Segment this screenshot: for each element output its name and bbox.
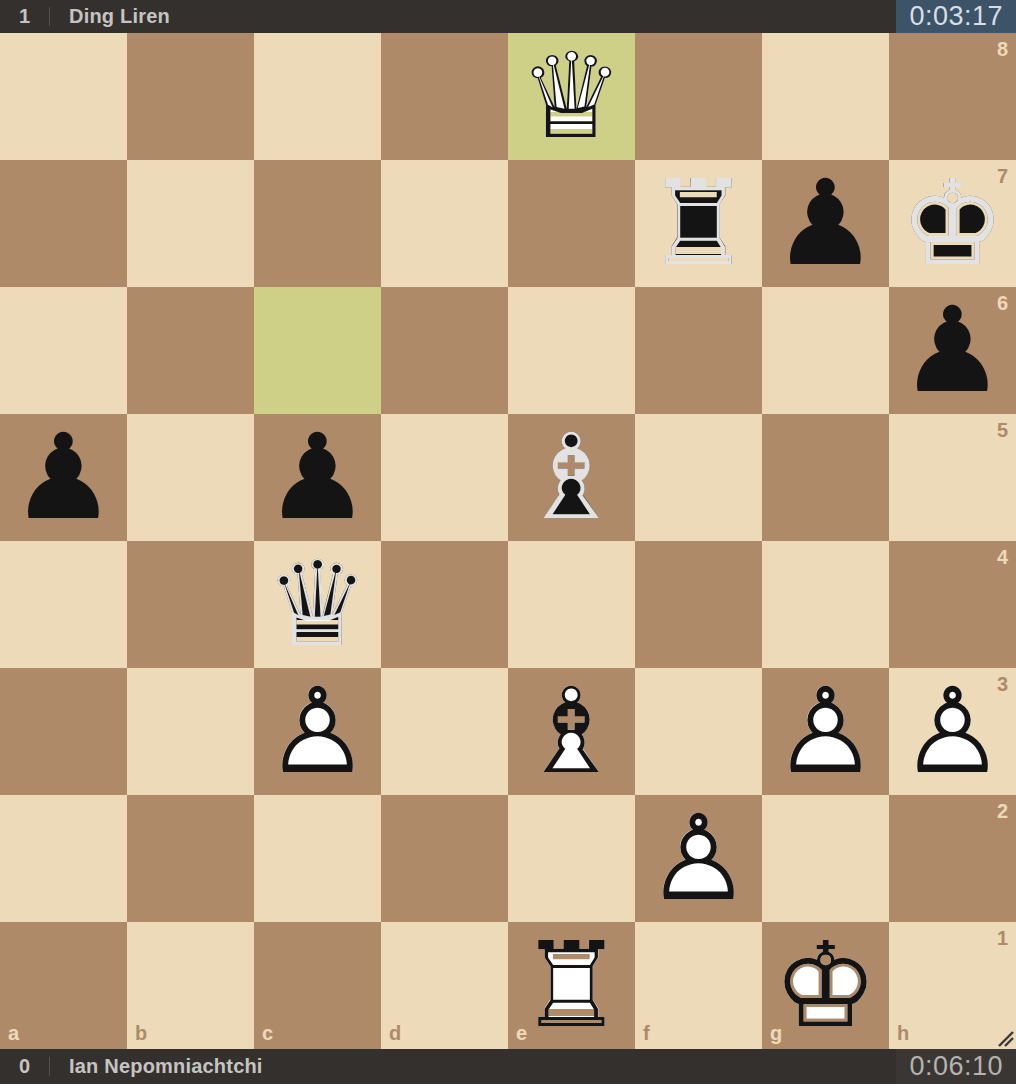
square-c3[interactable]: ♟♙ — [254, 668, 381, 795]
black-pawn[interactable]: ♟ — [0, 414, 127, 541]
white-bishop[interactable]: ♝♗ — [508, 668, 635, 795]
square-f3[interactable] — [635, 668, 762, 795]
square-f2[interactable]: ♟♙ — [635, 795, 762, 922]
black-rook[interactable]: ♜♖ — [635, 160, 762, 287]
coord-file-b: b — [135, 1023, 147, 1043]
square-h4[interactable]: 4 — [889, 541, 1016, 668]
square-f5[interactable] — [635, 414, 762, 541]
square-b4[interactable] — [127, 541, 254, 668]
bar-separator — [49, 1057, 50, 1076]
square-c2[interactable] — [254, 795, 381, 922]
coord-file-f: f — [643, 1023, 650, 1043]
square-g1[interactable]: ♚♔g — [762, 922, 889, 1049]
black-queen[interactable]: ♛♕ — [254, 541, 381, 668]
piece-fill: ♟ — [762, 160, 889, 287]
coord-rank-6: 6 — [997, 293, 1008, 313]
square-a3[interactable] — [0, 668, 127, 795]
coord-file-g: g — [770, 1023, 782, 1043]
square-c6[interactable] — [254, 287, 381, 414]
square-g5[interactable] — [762, 414, 889, 541]
square-h7[interactable]: ♚♔7 — [889, 160, 1016, 287]
square-a1[interactable]: a — [0, 922, 127, 1049]
piece-fill: ♟ — [0, 414, 127, 541]
player-bottom-score: 0 — [0, 1055, 49, 1078]
square-e1[interactable]: ♜♖e — [508, 922, 635, 1049]
coord-file-d: d — [389, 1023, 401, 1043]
square-e7[interactable] — [508, 160, 635, 287]
coord-file-a: a — [8, 1023, 19, 1043]
square-h5[interactable]: 5 — [889, 414, 1016, 541]
square-d6[interactable] — [381, 287, 508, 414]
square-b1[interactable]: b — [127, 922, 254, 1049]
square-d2[interactable] — [381, 795, 508, 922]
square-g2[interactable] — [762, 795, 889, 922]
square-h8[interactable]: 8 — [889, 33, 1016, 160]
chess-app: 1 Ding Liren 0:03:17 ♛♕8♜♖♟♚♔7♟6♟♟♝♗5♛♕4… — [0, 0, 1016, 1084]
square-c1[interactable]: c — [254, 922, 381, 1049]
square-f7[interactable]: ♜♖ — [635, 160, 762, 287]
piece-outline: ♗ — [508, 668, 635, 795]
square-a7[interactable] — [0, 160, 127, 287]
chess-board[interactable]: ♛♕8♜♖♟♚♔7♟6♟♟♝♗5♛♕4♟♙♝♗♟♙♟♙3♟♙2abcd♜♖ef♚… — [0, 33, 1016, 1049]
square-a6[interactable] — [0, 287, 127, 414]
bar-separator — [49, 7, 50, 26]
player-top-bar: 1 Ding Liren 0:03:17 — [0, 0, 1016, 33]
square-e6[interactable] — [508, 287, 635, 414]
square-f6[interactable] — [635, 287, 762, 414]
coord-rank-7: 7 — [997, 166, 1008, 186]
square-f4[interactable] — [635, 541, 762, 668]
square-f1[interactable]: f — [635, 922, 762, 1049]
square-e3[interactable]: ♝♗ — [508, 668, 635, 795]
black-pawn[interactable]: ♟ — [254, 414, 381, 541]
square-g3[interactable]: ♟♙ — [762, 668, 889, 795]
square-b6[interactable] — [127, 287, 254, 414]
square-b7[interactable] — [127, 160, 254, 287]
square-h1[interactable]: h1 — [889, 922, 1016, 1049]
coord-rank-8: 8 — [997, 39, 1008, 59]
square-b2[interactable] — [127, 795, 254, 922]
black-bishop[interactable]: ♝♗ — [508, 414, 635, 541]
white-pawn[interactable]: ♟♙ — [254, 668, 381, 795]
piece-detail: ♗ — [508, 414, 635, 541]
square-a2[interactable] — [0, 795, 127, 922]
piece-outline: ♕ — [508, 33, 635, 160]
coord-rank-1: 1 — [997, 928, 1008, 948]
square-a8[interactable] — [0, 33, 127, 160]
player-top-score: 1 — [0, 5, 49, 28]
coord-rank-5: 5 — [997, 420, 1008, 440]
coord-rank-4: 4 — [997, 547, 1008, 567]
piece-detail: ♖ — [635, 160, 762, 287]
piece-outline: ♙ — [635, 795, 762, 922]
coord-rank-3: 3 — [997, 674, 1008, 694]
player-top-clock: 0:03:17 — [896, 0, 1016, 33]
square-g7[interactable]: ♟ — [762, 160, 889, 287]
square-d8[interactable] — [381, 33, 508, 160]
square-e5[interactable]: ♝♗ — [508, 414, 635, 541]
square-g4[interactable] — [762, 541, 889, 668]
player-top-name: Ding Liren — [69, 5, 170, 28]
piece-fill: ♟ — [254, 414, 381, 541]
player-bottom-bar: 0 Ian Nepomniachtchi 0:06:10 — [0, 1049, 1016, 1084]
piece-detail: ♕ — [254, 541, 381, 668]
square-e4[interactable] — [508, 541, 635, 668]
square-g8[interactable] — [762, 33, 889, 160]
black-pawn[interactable]: ♟ — [762, 160, 889, 287]
coord-file-c: c — [262, 1023, 273, 1043]
square-c4[interactable]: ♛♕ — [254, 541, 381, 668]
square-g6[interactable] — [762, 287, 889, 414]
piece-outline: ♙ — [254, 668, 381, 795]
square-d4[interactable] — [381, 541, 508, 668]
square-a4[interactable] — [0, 541, 127, 668]
piece-outline: ♙ — [762, 668, 889, 795]
coord-rank-2: 2 — [997, 801, 1008, 821]
white-pawn[interactable]: ♟♙ — [635, 795, 762, 922]
square-b3[interactable] — [127, 668, 254, 795]
square-b8[interactable] — [127, 33, 254, 160]
square-e2[interactable] — [508, 795, 635, 922]
square-c7[interactable] — [254, 160, 381, 287]
player-bottom-name: Ian Nepomniachtchi — [69, 1055, 263, 1078]
square-f8[interactable] — [635, 33, 762, 160]
board-resize-handle-icon[interactable] — [996, 1029, 1014, 1047]
square-b5[interactable] — [127, 414, 254, 541]
white-queen[interactable]: ♛♕ — [508, 33, 635, 160]
square-d3[interactable] — [381, 668, 508, 795]
square-h6[interactable]: ♟6 — [889, 287, 1016, 414]
coord-file-h: h — [897, 1023, 909, 1043]
player-bottom-clock: 0:06:10 — [896, 1049, 1016, 1084]
square-h2[interactable]: 2 — [889, 795, 1016, 922]
square-d5[interactable] — [381, 414, 508, 541]
square-c5[interactable]: ♟ — [254, 414, 381, 541]
square-d1[interactable]: d — [381, 922, 508, 1049]
square-e8[interactable]: ♛♕ — [508, 33, 635, 160]
square-h3[interactable]: ♟♙3 — [889, 668, 1016, 795]
coord-file-e: e — [516, 1023, 527, 1043]
white-pawn[interactable]: ♟♙ — [762, 668, 889, 795]
square-d7[interactable] — [381, 160, 508, 287]
square-a5[interactable]: ♟ — [0, 414, 127, 541]
square-c8[interactable] — [254, 33, 381, 160]
